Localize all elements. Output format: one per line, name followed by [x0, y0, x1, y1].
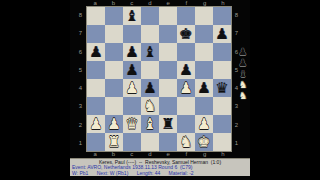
black-pawn-icon: ♟ [239, 46, 248, 57]
square-h3[interactable] [213, 97, 231, 115]
square-a8[interactable] [87, 7, 105, 25]
black-queen[interactable]: ♛ [215, 79, 228, 97]
rank-label-1: 1 [76, 134, 85, 152]
status-line: W: Pb1 Next: W (Rb1) Length: 44 Material… [70, 171, 250, 177]
square-g1[interactable]: ♚ [195, 133, 213, 151]
rank-label-8: 8 [76, 6, 85, 24]
square-h8[interactable] [213, 7, 231, 25]
square-d1[interactable] [141, 133, 159, 151]
file-label-b: b [104, 151, 122, 158]
square-f7[interactable]: ♚ [177, 25, 195, 43]
square-h2[interactable] [213, 115, 231, 133]
square-d2[interactable]: ♝ [141, 115, 159, 133]
rank-label-4: 4 [76, 79, 85, 97]
square-c1[interactable] [123, 133, 141, 151]
square-d5[interactable] [141, 61, 159, 79]
square-d6[interactable]: ♝ [141, 43, 159, 61]
square-f2[interactable] [177, 115, 195, 133]
square-f4[interactable]: ♟ [177, 79, 195, 97]
white-knight[interactable]: ♞ [143, 97, 156, 115]
square-d8[interactable] [141, 7, 159, 25]
white-pawn[interactable]: ♟ [179, 79, 192, 97]
square-c7[interactable] [123, 25, 141, 43]
square-h4[interactable]: ♛ [213, 79, 231, 97]
white-knight[interactable]: ♞ [179, 133, 192, 151]
file-label-f: f [177, 151, 195, 158]
square-f5[interactable]: ♟ [177, 61, 195, 79]
square-b8[interactable] [105, 7, 123, 25]
black-bishop-icon: ♝ [239, 68, 248, 79]
square-c6[interactable]: ♟ [123, 43, 141, 61]
square-g4[interactable]: ♟ [195, 79, 213, 97]
square-g3[interactable] [195, 97, 213, 115]
rank-label-7: 7 [232, 24, 241, 42]
chess-viewer-panel: abcdefgh 87654321 87654321 ♝♚♟♟♟♝♟♟♟♟♟♟♛… [70, 0, 250, 180]
rank-label-2: 2 [232, 116, 241, 134]
square-b4[interactable] [105, 79, 123, 97]
square-a2[interactable]: ♟ [87, 115, 105, 133]
file-label-a: a [86, 151, 104, 158]
file-label-c: c [123, 151, 141, 158]
square-g7[interactable] [195, 25, 213, 43]
square-e8[interactable] [159, 7, 177, 25]
white-pawn[interactable]: ♟ [197, 115, 210, 133]
rank-label-6: 6 [76, 43, 85, 61]
black-bishop[interactable]: ♝ [143, 43, 156, 61]
white-pawn[interactable]: ♟ [125, 79, 138, 97]
rank-label-1: 1 [232, 134, 241, 152]
black-pawn[interactable]: ♟ [215, 25, 228, 43]
black-pawn[interactable]: ♟ [125, 43, 138, 61]
rank-label-8: 8 [232, 6, 241, 24]
black-pawn-icon: ♟ [239, 57, 248, 68]
black-pawn[interactable]: ♟ [125, 61, 138, 79]
square-e6[interactable] [159, 43, 177, 61]
square-e4[interactable] [159, 79, 177, 97]
square-b5[interactable] [105, 61, 123, 79]
square-e3[interactable] [159, 97, 177, 115]
black-pawn[interactable]: ♟ [89, 43, 102, 61]
square-g5[interactable] [195, 61, 213, 79]
white-bishop[interactable]: ♝ [143, 115, 156, 133]
square-g8[interactable] [195, 7, 213, 25]
file-label-e: e [159, 151, 177, 158]
square-f1[interactable]: ♞ [177, 133, 195, 151]
rank-label-5: 5 [76, 61, 85, 79]
square-a6[interactable]: ♟ [87, 43, 105, 61]
square-h1[interactable] [213, 133, 231, 151]
black-pawn[interactable]: ♟ [179, 61, 192, 79]
rank-labels-left: 87654321 [76, 6, 85, 152]
black-bishop[interactable]: ♝ [125, 7, 138, 25]
square-c4[interactable]: ♟ [123, 79, 141, 97]
game-info-panel: Keres, Paul (----) -- Reshevsky, Samuel … [70, 158, 250, 176]
square-e1[interactable] [159, 133, 177, 151]
square-e2[interactable]: ♜ [159, 115, 177, 133]
captured-pieces-tray: ♟♟♝♞♞ [237, 46, 249, 101]
square-b6[interactable] [105, 43, 123, 61]
square-g6[interactable] [195, 43, 213, 61]
file-label-g: g [196, 151, 214, 158]
square-h7[interactable]: ♟ [213, 25, 231, 43]
square-b7[interactable] [105, 25, 123, 43]
square-b3[interactable] [105, 97, 123, 115]
square-f8[interactable] [177, 7, 195, 25]
square-g2[interactable]: ♟ [195, 115, 213, 133]
rank-label-7: 7 [76, 24, 85, 42]
square-a1[interactable] [87, 133, 105, 151]
square-e7[interactable] [159, 25, 177, 43]
square-d3[interactable]: ♞ [141, 97, 159, 115]
square-d4[interactable]: ♟ [141, 79, 159, 97]
chess-board[interactable]: ♝♚♟♟♟♝♟♟♟♟♟♟♛♞♟♟♛♝♜♟♜♞♚ [86, 6, 232, 152]
black-pawn[interactable]: ♟ [143, 79, 156, 97]
white-king[interactable]: ♚ [197, 133, 210, 151]
square-h5[interactable] [213, 61, 231, 79]
square-c2[interactable]: ♛ [123, 115, 141, 133]
square-f6[interactable] [177, 43, 195, 61]
square-c8[interactable]: ♝ [123, 7, 141, 25]
black-pawn[interactable]: ♟ [197, 79, 210, 97]
file-label-h: h [214, 151, 232, 158]
square-a4[interactable] [87, 79, 105, 97]
square-c3[interactable] [123, 97, 141, 115]
white-pawn[interactable]: ♟ [89, 115, 102, 133]
square-a3[interactable] [87, 97, 105, 115]
white-knight-icon: ♞ [239, 79, 248, 90]
square-b2[interactable]: ♟ [105, 115, 123, 133]
white-rook[interactable]: ♜ [107, 133, 120, 151]
file-labels-bottom: abcdefgh [86, 151, 232, 158]
square-c5[interactable]: ♟ [123, 61, 141, 79]
square-a5[interactable] [87, 61, 105, 79]
black-king[interactable]: ♚ [179, 25, 192, 43]
square-d7[interactable] [141, 25, 159, 43]
square-b1[interactable]: ♜ [105, 133, 123, 151]
white-queen[interactable]: ♛ [125, 115, 138, 133]
square-h6[interactable] [213, 43, 231, 61]
square-a7[interactable] [87, 25, 105, 43]
file-label-d: d [141, 151, 159, 158]
white-pawn[interactable]: ♟ [107, 115, 120, 133]
rank-label-3: 3 [76, 97, 85, 115]
screenshot-root: abcdefgh 87654321 87654321 ♝♚♟♟♟♝♟♟♟♟♟♟♛… [0, 0, 320, 180]
square-f3[interactable] [177, 97, 195, 115]
rank-label-2: 2 [76, 116, 85, 134]
white-knight-icon: ♞ [239, 90, 248, 101]
square-e5[interactable] [159, 61, 177, 79]
black-rook[interactable]: ♜ [161, 115, 174, 133]
